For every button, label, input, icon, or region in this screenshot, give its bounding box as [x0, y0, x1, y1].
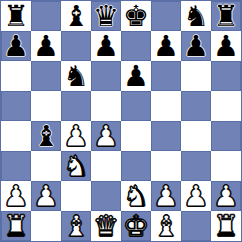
square-b5[interactable] — [31, 91, 61, 121]
square-g4[interactable] — [181, 121, 211, 151]
square-c8[interactable]: ♝ — [61, 1, 91, 31]
square-d4[interactable]: ♟ — [91, 121, 121, 151]
square-d5[interactable] — [91, 91, 121, 121]
white-knight-e2[interactable]: ♞ — [123, 181, 149, 211]
square-c7[interactable] — [61, 31, 91, 61]
square-f6[interactable] — [151, 61, 181, 91]
square-c1[interactable]: ♝ — [61, 211, 91, 241]
square-f3[interactable] — [151, 151, 181, 181]
black-bishop-c8[interactable]: ♝ — [63, 1, 89, 31]
black-queen-d8[interactable]: ♛ — [93, 1, 119, 31]
square-h6[interactable] — [211, 61, 241, 91]
square-f4[interactable] — [151, 121, 181, 151]
square-f1[interactable]: ♝ — [151, 211, 181, 241]
square-h4[interactable] — [211, 121, 241, 151]
white-pawn-g2[interactable]: ♟ — [183, 181, 209, 211]
square-b2[interactable]: ♟ — [31, 181, 61, 211]
black-pawn-e6[interactable]: ♟ — [123, 61, 149, 91]
white-pawn-d4[interactable]: ♟ — [93, 121, 119, 151]
square-a8[interactable]: ♜ — [1, 1, 31, 31]
square-g7[interactable]: ♟ — [181, 31, 211, 61]
square-h1[interactable]: ♜ — [211, 211, 241, 241]
square-e4[interactable] — [121, 121, 151, 151]
square-a6[interactable] — [1, 61, 31, 91]
square-b3[interactable] — [31, 151, 61, 181]
square-c2[interactable] — [61, 181, 91, 211]
square-c4[interactable]: ♟ — [61, 121, 91, 151]
white-pawn-a2[interactable]: ♟ — [3, 181, 29, 211]
square-g2[interactable]: ♟ — [181, 181, 211, 211]
square-b4[interactable]: ♝ — [31, 121, 61, 151]
square-e1[interactable]: ♚ — [121, 211, 151, 241]
square-f7[interactable]: ♟ — [151, 31, 181, 61]
square-g5[interactable] — [181, 91, 211, 121]
square-a3[interactable] — [1, 151, 31, 181]
square-h7[interactable]: ♟ — [211, 31, 241, 61]
square-a4[interactable] — [1, 121, 31, 151]
black-pawn-a7[interactable]: ♟ — [3, 31, 29, 61]
square-d8[interactable]: ♛ — [91, 1, 121, 31]
black-pawn-h7[interactable]: ♟ — [213, 31, 239, 61]
square-b8[interactable] — [31, 1, 61, 31]
square-h5[interactable] — [211, 91, 241, 121]
white-pawn-h2[interactable]: ♟ — [213, 181, 239, 211]
square-c6[interactable]: ♞ — [61, 61, 91, 91]
square-d2[interactable] — [91, 181, 121, 211]
white-queen-d1[interactable]: ♛ — [93, 211, 119, 241]
square-g6[interactable] — [181, 61, 211, 91]
square-b6[interactable] — [31, 61, 61, 91]
square-a1[interactable]: ♜ — [1, 211, 31, 241]
square-e3[interactable] — [121, 151, 151, 181]
white-bishop-f1[interactable]: ♝ — [153, 211, 179, 241]
square-e6[interactable]: ♟ — [121, 61, 151, 91]
square-h3[interactable] — [211, 151, 241, 181]
black-knight-c6[interactable]: ♞ — [63, 61, 89, 91]
square-d7[interactable]: ♟ — [91, 31, 121, 61]
square-e2[interactable]: ♞ — [121, 181, 151, 211]
black-pawn-d7[interactable]: ♟ — [93, 31, 119, 61]
white-pawn-f2[interactable]: ♟ — [153, 181, 179, 211]
square-f2[interactable]: ♟ — [151, 181, 181, 211]
white-knight-c3[interactable]: ♞ — [63, 151, 89, 181]
square-e5[interactable] — [121, 91, 151, 121]
white-bishop-c1[interactable]: ♝ — [63, 211, 89, 241]
square-b7[interactable]: ♟ — [31, 31, 61, 61]
white-rook-a1[interactable]: ♜ — [3, 211, 29, 241]
black-pawn-f7[interactable]: ♟ — [153, 31, 179, 61]
square-g8[interactable]: ♞ — [181, 1, 211, 31]
square-e8[interactable]: ♚ — [121, 1, 151, 31]
square-f5[interactable] — [151, 91, 181, 121]
square-g1[interactable] — [181, 211, 211, 241]
square-g3[interactable] — [181, 151, 211, 181]
white-rook-h1[interactable]: ♜ — [213, 211, 239, 241]
square-h8[interactable]: ♜ — [211, 1, 241, 31]
black-knight-g8[interactable]: ♞ — [183, 1, 209, 31]
square-c5[interactable] — [61, 91, 91, 121]
square-d1[interactable]: ♛ — [91, 211, 121, 241]
square-d3[interactable] — [91, 151, 121, 181]
square-f8[interactable] — [151, 1, 181, 31]
square-e7[interactable] — [121, 31, 151, 61]
square-c3[interactable]: ♞ — [61, 151, 91, 181]
square-a5[interactable] — [1, 91, 31, 121]
chess-board: ♜♝♛♚♞♜♟♟♟♟♟♟♞♟♝♟♟♞♟♟♞♟♟♟♜♝♛♚♝♜ — [0, 0, 242, 242]
white-king-e1[interactable]: ♚ — [123, 211, 149, 241]
square-a2[interactable]: ♟ — [1, 181, 31, 211]
white-pawn-b2[interactable]: ♟ — [33, 181, 59, 211]
black-king-e8[interactable]: ♚ — [123, 1, 149, 31]
black-bishop-b4[interactable]: ♝ — [33, 121, 59, 151]
black-pawn-b7[interactable]: ♟ — [33, 31, 59, 61]
black-rook-a8[interactable]: ♜ — [3, 1, 29, 31]
black-pawn-g7[interactable]: ♟ — [183, 31, 209, 61]
square-h2[interactable]: ♟ — [211, 181, 241, 211]
black-rook-h8[interactable]: ♜ — [213, 1, 239, 31]
white-pawn-c4[interactable]: ♟ — [63, 121, 89, 151]
square-d6[interactable] — [91, 61, 121, 91]
square-b1[interactable] — [31, 211, 61, 241]
square-a7[interactable]: ♟ — [1, 31, 31, 61]
